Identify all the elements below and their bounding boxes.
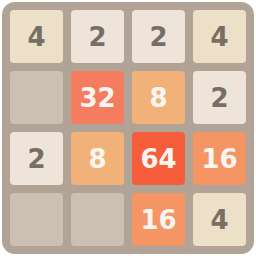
empty-cell-r4c2 bbox=[71, 193, 124, 246]
tile-64-r3c3: 64 bbox=[132, 132, 185, 185]
board-grid[interactable]: 42243282286416164 bbox=[2, 2, 254, 254]
tile-32-r2c2: 32 bbox=[71, 71, 124, 124]
tile-2-r2c4: 2 bbox=[193, 71, 246, 124]
tile-4-r4c4: 4 bbox=[193, 193, 246, 246]
tile-2-r3c1: 2 bbox=[10, 132, 63, 185]
tile-8-r2c3: 8 bbox=[132, 71, 185, 124]
tile-2-r1c2: 2 bbox=[71, 10, 124, 63]
tile-2-r1c3: 2 bbox=[132, 10, 185, 63]
tile-16-r3c4: 16 bbox=[193, 132, 246, 185]
empty-cell-r4c1 bbox=[10, 193, 63, 246]
tile-8-r3c2: 8 bbox=[71, 132, 124, 185]
tile-4-r1c1: 4 bbox=[10, 10, 63, 63]
empty-cell-r2c1 bbox=[10, 71, 63, 124]
tile-16-r4c3: 16 bbox=[132, 193, 185, 246]
game-board-2048[interactable]: 42243282286416164 bbox=[2, 2, 254, 254]
tile-4-r1c4: 4 bbox=[193, 10, 246, 63]
